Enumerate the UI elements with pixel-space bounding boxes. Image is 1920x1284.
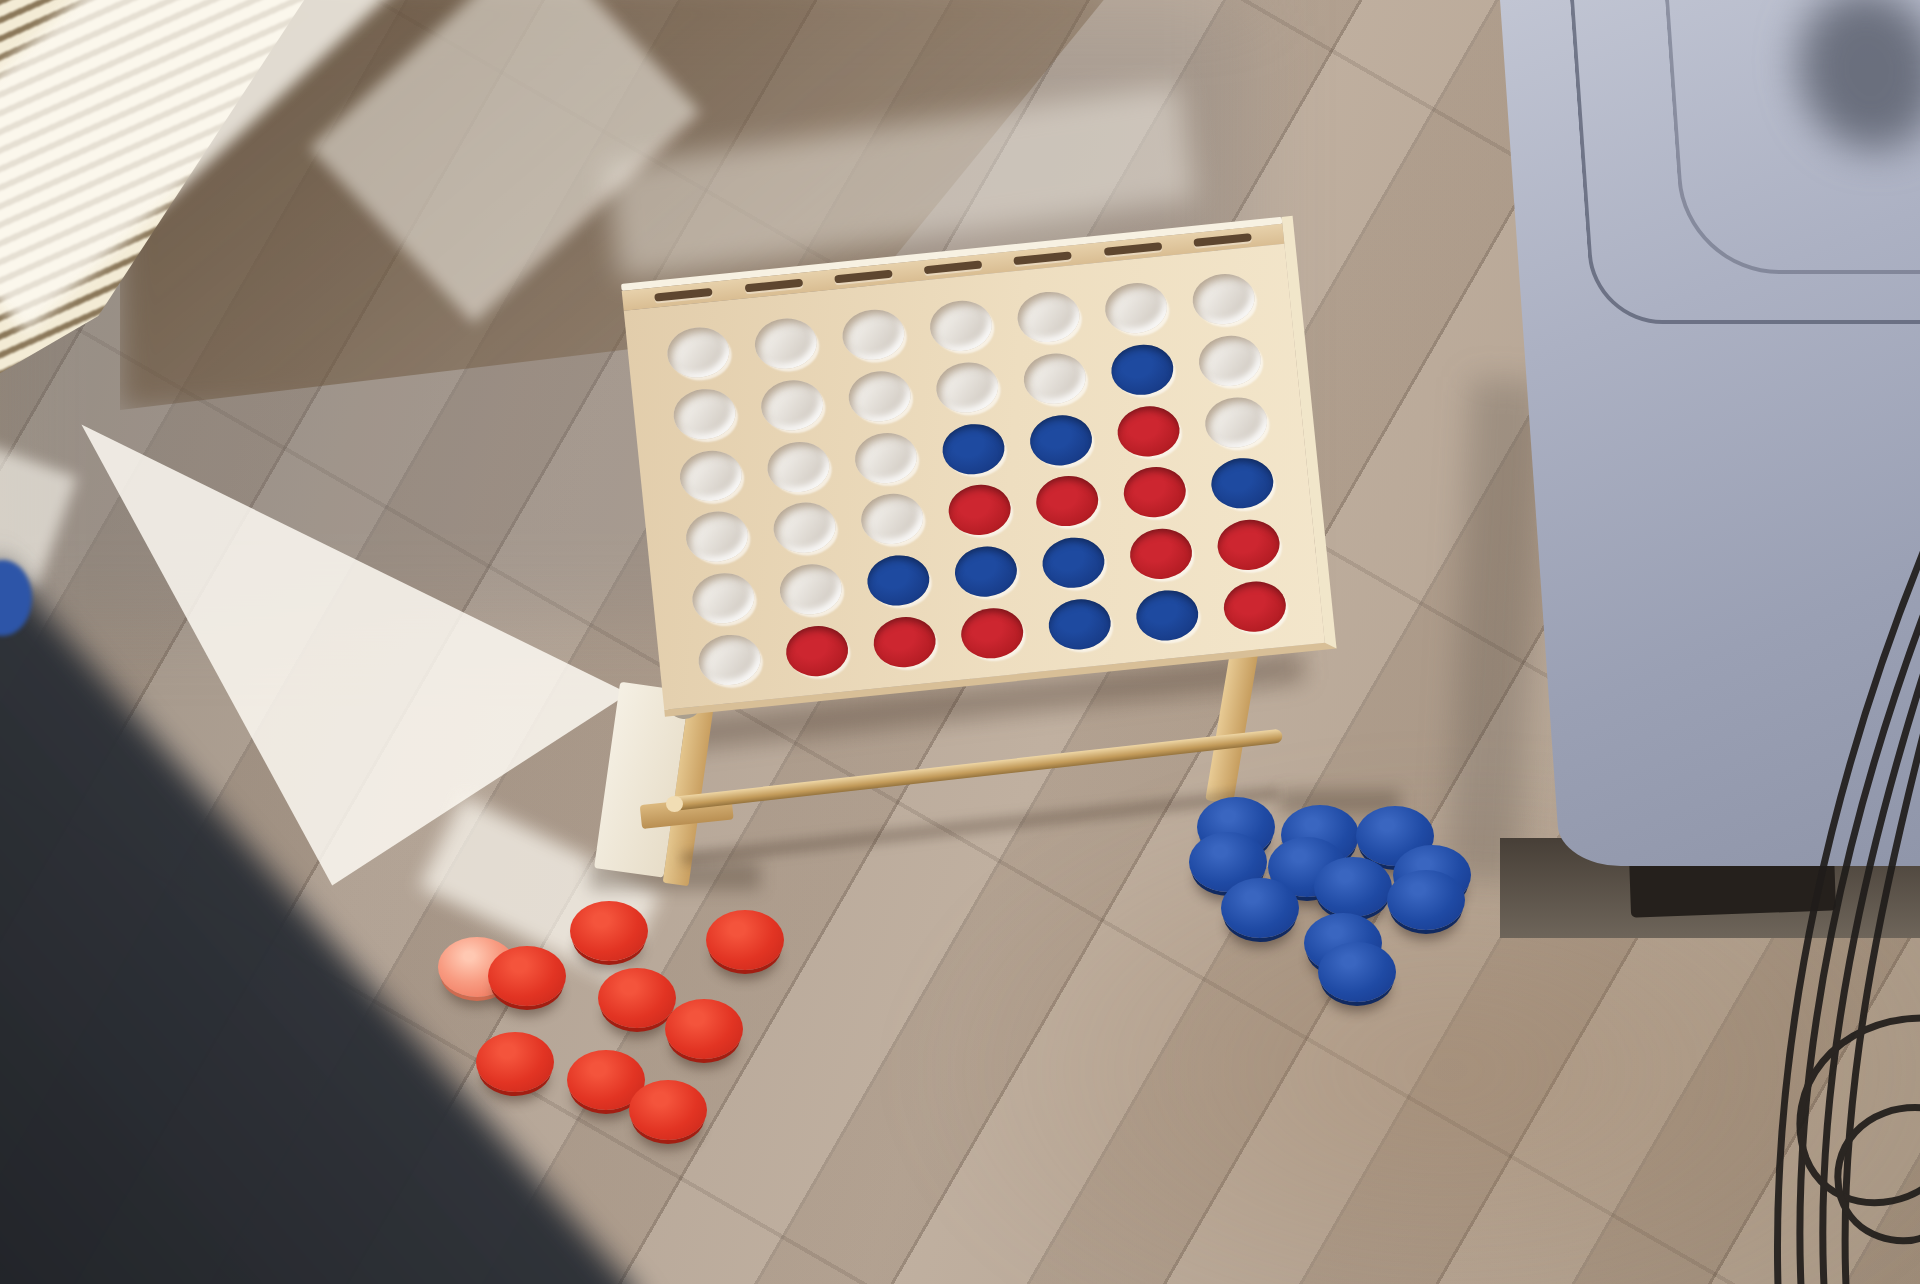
- board-cell: [845, 484, 939, 554]
- empty-hole: [859, 491, 926, 547]
- blue-disc: [1109, 341, 1176, 397]
- board-cell: [758, 493, 852, 563]
- empty-hole: [696, 632, 763, 688]
- loose-red-disc: [665, 999, 743, 1059]
- board-cell: [658, 379, 752, 449]
- blue-disc: [1209, 456, 1276, 512]
- board-cell: [833, 361, 927, 431]
- drop-slot: [834, 270, 893, 284]
- empty-hole: [684, 509, 751, 565]
- board-cell: [839, 422, 933, 492]
- board-cell: [1014, 405, 1108, 475]
- board-cell: [1020, 466, 1114, 536]
- board-cell: [920, 352, 1014, 422]
- empty-hole: [1015, 289, 1082, 345]
- board-cell: [1008, 343, 1102, 413]
- board-cell: [683, 625, 777, 695]
- board-cell: [858, 607, 952, 677]
- empty-hole: [759, 377, 826, 433]
- empty-hole: [765, 439, 832, 495]
- red-disc: [1121, 465, 1188, 521]
- board-cell: [933, 475, 1027, 545]
- board-cell: [1183, 325, 1277, 395]
- blue-disc: [1134, 588, 1201, 644]
- red-disc: [959, 605, 1026, 661]
- blue-disc: [1040, 535, 1107, 591]
- board-cell: [1208, 571, 1302, 641]
- drop-slot: [1103, 242, 1162, 256]
- board-cell: [664, 440, 758, 510]
- loose-red-disc: [629, 1080, 707, 1140]
- loose-blue-disc: [1221, 878, 1299, 938]
- empty-hole: [928, 298, 995, 354]
- blue-disc: [940, 421, 1007, 477]
- board-cell: [764, 554, 858, 624]
- red-disc: [946, 482, 1013, 538]
- board-cell: [1189, 387, 1283, 457]
- empty-hole: [840, 307, 907, 363]
- board-cell: [751, 431, 845, 501]
- loose-red-disc: [488, 946, 566, 1006]
- drop-slot: [654, 288, 713, 302]
- empty-hole: [690, 571, 757, 627]
- empty-hole: [853, 430, 920, 486]
- loose-blue-disc: [1314, 857, 1392, 917]
- red-disc: [1128, 526, 1195, 582]
- red-disc: [1215, 517, 1282, 573]
- red-disc: [1115, 403, 1182, 459]
- board-cell: [945, 598, 1039, 668]
- loose-red-disc: [570, 901, 648, 961]
- board-cell: [1108, 457, 1202, 527]
- red-disc: [1034, 473, 1101, 529]
- empty-hole: [1103, 280, 1170, 336]
- board-cell: [1195, 448, 1289, 518]
- empty-hole: [1196, 333, 1263, 389]
- board-cell: [745, 370, 839, 440]
- board-cell: [927, 414, 1021, 484]
- empty-hole: [752, 316, 819, 372]
- connect-four-board: [621, 216, 1337, 717]
- empty-hole: [1190, 271, 1257, 327]
- blue-disc: [1046, 596, 1113, 652]
- loose-red-disc: [476, 1032, 554, 1092]
- blue-disc: [953, 544, 1020, 600]
- board-cell: [739, 308, 833, 378]
- empty-hole: [1203, 394, 1270, 450]
- empty-hole: [1021, 350, 1088, 406]
- board-cell: [670, 502, 764, 572]
- empty-hole: [665, 324, 732, 380]
- empty-hole: [777, 562, 844, 618]
- board-cell: [1002, 282, 1096, 352]
- drop-slot: [744, 279, 803, 293]
- drop-slot: [1193, 233, 1252, 247]
- empty-hole: [677, 447, 744, 503]
- board-cell: [1202, 510, 1296, 580]
- board-cell: [1120, 580, 1214, 650]
- rod-end-cap: [666, 796, 683, 812]
- board-cell: [1177, 264, 1271, 334]
- drop-slot: [924, 260, 983, 274]
- board-cell: [1102, 396, 1196, 466]
- red-disc: [1221, 579, 1288, 635]
- board-cell: [1089, 273, 1183, 343]
- red-disc: [871, 614, 938, 670]
- scene-photo: [0, 0, 1920, 1284]
- board-cell: [827, 299, 921, 369]
- board-cell: [1027, 528, 1121, 598]
- drop-slot: [1014, 251, 1073, 265]
- board-face: [624, 244, 1325, 710]
- wire-basket: [1686, 548, 1920, 1284]
- board-cell: [852, 546, 946, 616]
- board-cell: [676, 563, 770, 633]
- board-cell: [1114, 519, 1208, 589]
- board-cell: [939, 537, 1033, 607]
- blue-disc: [1028, 412, 1095, 468]
- empty-hole: [934, 359, 1001, 415]
- board-cell: [914, 291, 1008, 361]
- board-cell: [1033, 589, 1127, 659]
- empty-hole: [771, 500, 838, 556]
- empty-hole: [671, 386, 738, 442]
- board-cell: [1095, 334, 1189, 404]
- empty-hole: [846, 368, 913, 424]
- board-cell: [651, 317, 745, 387]
- blue-disc: [865, 553, 932, 609]
- loose-red-disc: [598, 968, 676, 1028]
- red-disc: [784, 623, 851, 679]
- loose-red-disc: [706, 910, 784, 970]
- loose-blue-disc: [1387, 870, 1465, 930]
- loose-blue-disc: [1318, 942, 1396, 1002]
- board-cell: [770, 616, 864, 686]
